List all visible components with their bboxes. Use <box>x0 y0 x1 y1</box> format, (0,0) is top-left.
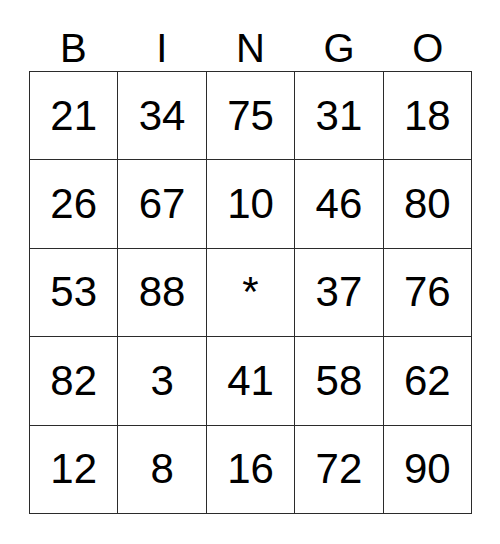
cell-r1c3[interactable]: 75 <box>207 72 294 159</box>
cell-r1c1[interactable]: 21 <box>30 72 117 159</box>
bingo-grid: 21 34 75 31 18 26 67 10 46 80 53 88 * 37… <box>29 71 472 514</box>
header-letter-g: G <box>295 28 384 71</box>
cell-r3c5[interactable]: 76 <box>384 249 471 336</box>
bingo-card: B I N G O 21 34 75 31 18 26 67 10 46 80 … <box>0 0 500 544</box>
cell-r3c1[interactable]: 53 <box>30 249 117 336</box>
cell-r1c4[interactable]: 31 <box>295 72 382 159</box>
cell-r2c4[interactable]: 46 <box>295 160 382 247</box>
header-letter-o: O <box>383 28 472 71</box>
cell-r4c4[interactable]: 58 <box>295 337 382 424</box>
cell-r4c1[interactable]: 82 <box>30 337 117 424</box>
header-letter-n: N <box>206 28 295 71</box>
cell-r4c2[interactable]: 3 <box>118 337 205 424</box>
cell-r5c4[interactable]: 72 <box>295 426 382 513</box>
cell-r5c2[interactable]: 8 <box>118 426 205 513</box>
header-letter-i: I <box>118 28 207 71</box>
free-space-cell[interactable]: * <box>207 249 294 336</box>
cell-r4c3[interactable]: 41 <box>207 337 294 424</box>
cell-r5c5[interactable]: 90 <box>384 426 471 513</box>
cell-r3c4[interactable]: 37 <box>295 249 382 336</box>
cell-r2c1[interactable]: 26 <box>30 160 117 247</box>
cell-r2c2[interactable]: 67 <box>118 160 205 247</box>
cell-r5c1[interactable]: 12 <box>30 426 117 513</box>
cell-r1c5[interactable]: 18 <box>384 72 471 159</box>
cell-r2c3[interactable]: 10 <box>207 160 294 247</box>
cell-r3c2[interactable]: 88 <box>118 249 205 336</box>
bingo-header: B I N G O <box>29 0 472 71</box>
header-letter-b: B <box>29 28 118 71</box>
cell-r4c5[interactable]: 62 <box>384 337 471 424</box>
cell-r2c5[interactable]: 80 <box>384 160 471 247</box>
cell-r1c2[interactable]: 34 <box>118 72 205 159</box>
cell-r5c3[interactable]: 16 <box>207 426 294 513</box>
